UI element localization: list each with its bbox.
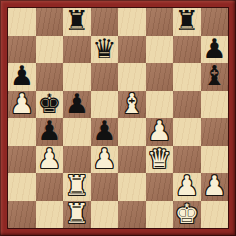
- square-f7[interactable]: [146, 36, 174, 64]
- square-f5[interactable]: [146, 91, 174, 119]
- square-b1[interactable]: [36, 201, 64, 229]
- white-queen[interactable]: ♛: [147, 145, 171, 172]
- black-king[interactable]: ♚: [37, 90, 61, 117]
- black-rook[interactable]: ♜: [65, 7, 89, 34]
- black-queen[interactable]: ♛: [92, 35, 116, 62]
- square-g6[interactable]: [173, 63, 201, 91]
- square-h2[interactable]: ♟: [201, 173, 229, 201]
- square-d8[interactable]: [91, 8, 119, 36]
- square-g3[interactable]: [173, 146, 201, 174]
- square-a2[interactable]: [8, 173, 36, 201]
- square-a4[interactable]: [8, 118, 36, 146]
- square-e7[interactable]: [118, 36, 146, 64]
- square-h8[interactable]: [201, 8, 229, 36]
- square-c2[interactable]: ♜: [63, 173, 91, 201]
- square-d5[interactable]: [91, 91, 119, 119]
- white-pawn[interactable]: ♟: [37, 145, 61, 172]
- square-b2[interactable]: [36, 173, 64, 201]
- square-e2[interactable]: [118, 173, 146, 201]
- square-c3[interactable]: [63, 146, 91, 174]
- square-e8[interactable]: [118, 8, 146, 36]
- square-e3[interactable]: [118, 146, 146, 174]
- square-b5[interactable]: ♚: [36, 91, 64, 119]
- square-g5[interactable]: [173, 91, 201, 119]
- black-pawn[interactable]: ♟: [92, 117, 116, 144]
- chess-board-frame: ♜♜♛♟♟♝♟♚♟♝♟♟♟♟♟♛♜♟♟♜♚: [0, 0, 236, 236]
- square-g7[interactable]: [173, 36, 201, 64]
- white-pawn[interactable]: ♟: [147, 117, 171, 144]
- black-pawn[interactable]: ♟: [37, 117, 61, 144]
- square-a5[interactable]: ♟: [8, 91, 36, 119]
- square-h6[interactable]: ♝: [201, 63, 229, 91]
- square-h3[interactable]: [201, 146, 229, 174]
- square-e6[interactable]: [118, 63, 146, 91]
- square-d3[interactable]: ♟: [91, 146, 119, 174]
- square-a6[interactable]: ♟: [8, 63, 36, 91]
- square-h1[interactable]: [201, 201, 229, 229]
- square-g2[interactable]: ♟: [173, 173, 201, 201]
- white-rook[interactable]: ♜: [65, 200, 89, 227]
- square-c4[interactable]: [63, 118, 91, 146]
- square-e4[interactable]: [118, 118, 146, 146]
- square-g4[interactable]: [173, 118, 201, 146]
- black-pawn[interactable]: ♟: [10, 62, 34, 89]
- black-bishop[interactable]: ♝: [202, 62, 226, 89]
- white-pawn[interactable]: ♟: [202, 172, 226, 199]
- square-h5[interactable]: [201, 91, 229, 119]
- square-b6[interactable]: [36, 63, 64, 91]
- square-e1[interactable]: [118, 201, 146, 229]
- white-rook[interactable]: ♜: [65, 172, 89, 199]
- white-king[interactable]: ♚: [175, 200, 199, 227]
- black-pawn[interactable]: ♟: [65, 90, 89, 117]
- square-c8[interactable]: ♜: [63, 8, 91, 36]
- square-h4[interactable]: [201, 118, 229, 146]
- white-bishop[interactable]: ♝: [120, 90, 144, 117]
- square-g8[interactable]: ♜: [173, 8, 201, 36]
- square-f6[interactable]: [146, 63, 174, 91]
- square-a3[interactable]: [8, 146, 36, 174]
- square-d2[interactable]: [91, 173, 119, 201]
- square-c7[interactable]: [63, 36, 91, 64]
- square-c1[interactable]: ♜: [63, 201, 91, 229]
- square-f8[interactable]: [146, 8, 174, 36]
- chess-board: ♜♜♛♟♟♝♟♚♟♝♟♟♟♟♟♛♜♟♟♜♚: [8, 8, 228, 228]
- square-c5[interactable]: ♟: [63, 91, 91, 119]
- square-d7[interactable]: ♛: [91, 36, 119, 64]
- square-b7[interactable]: [36, 36, 64, 64]
- square-f2[interactable]: [146, 173, 174, 201]
- square-h7[interactable]: ♟: [201, 36, 229, 64]
- square-c6[interactable]: [63, 63, 91, 91]
- square-a8[interactable]: [8, 8, 36, 36]
- black-pawn[interactable]: ♟: [202, 35, 226, 62]
- white-pawn[interactable]: ♟: [175, 172, 199, 199]
- square-d1[interactable]: [91, 201, 119, 229]
- square-e5[interactable]: ♝: [118, 91, 146, 119]
- square-a1[interactable]: [8, 201, 36, 229]
- square-b4[interactable]: ♟: [36, 118, 64, 146]
- square-g1[interactable]: ♚: [173, 201, 201, 229]
- square-f1[interactable]: [146, 201, 174, 229]
- square-f4[interactable]: ♟: [146, 118, 174, 146]
- black-rook[interactable]: ♜: [175, 7, 199, 34]
- white-pawn[interactable]: ♟: [10, 90, 34, 117]
- square-a7[interactable]: [8, 36, 36, 64]
- square-d6[interactable]: [91, 63, 119, 91]
- white-pawn[interactable]: ♟: [92, 145, 116, 172]
- square-b8[interactable]: [36, 8, 64, 36]
- square-f3[interactable]: ♛: [146, 146, 174, 174]
- square-d4[interactable]: ♟: [91, 118, 119, 146]
- square-b3[interactable]: ♟: [36, 146, 64, 174]
